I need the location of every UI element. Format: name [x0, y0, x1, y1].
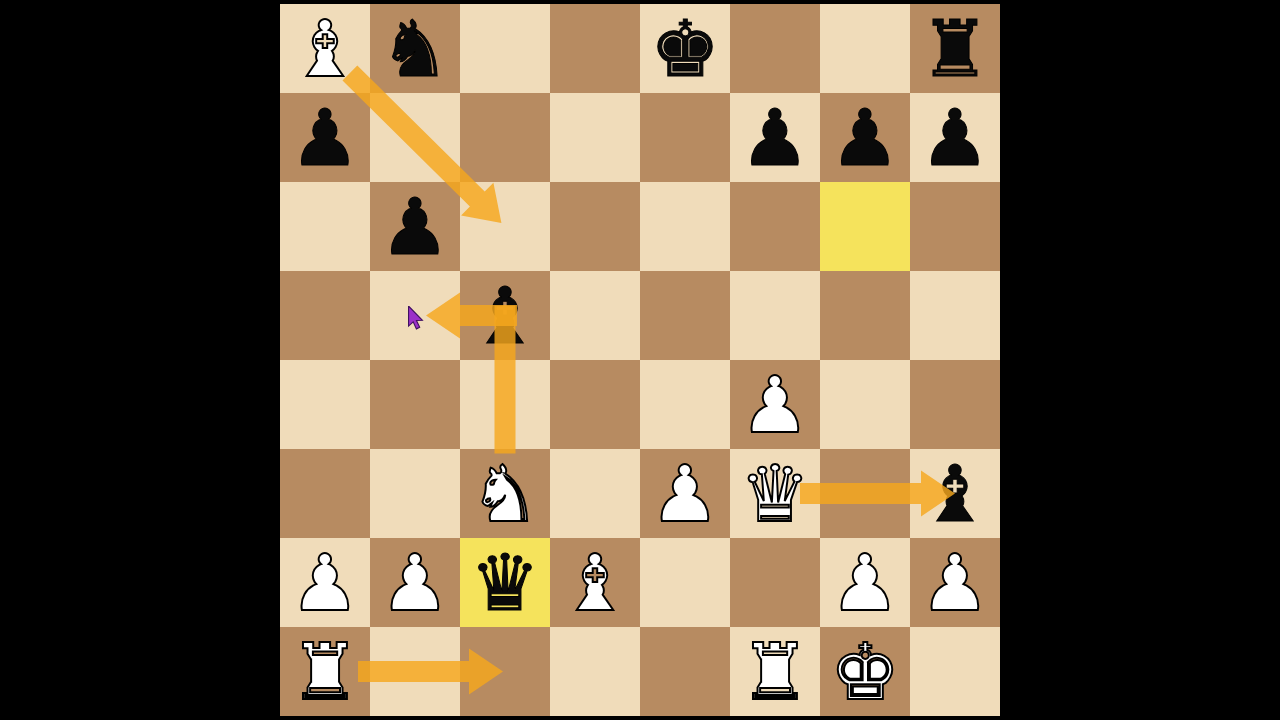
black-pawn[interactable]: ♟ [730, 93, 820, 182]
board-squares: ♝♞♚♜♟♟♟♟♟♝♟♞♟♛♝♟♟♛♝♟♟♜♜♚ [280, 4, 1000, 716]
square-b3[interactable] [370, 449, 460, 538]
letterbox-right [1000, 0, 1280, 720]
square-b7[interactable] [370, 93, 460, 182]
square-c2[interactable]: ♛ [460, 538, 550, 627]
square-b2[interactable]: ♟ [370, 538, 460, 627]
square-c7[interactable] [460, 93, 550, 182]
square-b5[interactable] [370, 271, 460, 360]
square-f7[interactable]: ♟ [730, 93, 820, 182]
white-bishop[interactable]: ♝ [550, 538, 640, 627]
square-b1[interactable] [370, 627, 460, 716]
square-h4[interactable] [910, 360, 1000, 449]
square-a3[interactable] [280, 449, 370, 538]
square-f5[interactable] [730, 271, 820, 360]
white-rook[interactable]: ♜ [280, 627, 370, 716]
black-bishop[interactable]: ♝ [460, 271, 550, 360]
square-d1[interactable] [550, 627, 640, 716]
chess-board[interactable]: ♝♞♚♜♟♟♟♟♟♝♟♞♟♛♝♟♟♛♝♟♟♜♜♚ [280, 4, 1000, 716]
black-pawn[interactable]: ♟ [370, 182, 460, 271]
square-b6[interactable]: ♟ [370, 182, 460, 271]
white-king[interactable]: ♚ [820, 627, 910, 716]
white-rook[interactable]: ♜ [730, 627, 820, 716]
square-f2[interactable] [730, 538, 820, 627]
square-d6[interactable] [550, 182, 640, 271]
square-b4[interactable] [370, 360, 460, 449]
square-g4[interactable] [820, 360, 910, 449]
square-f3[interactable]: ♛ [730, 449, 820, 538]
square-e2[interactable] [640, 538, 730, 627]
white-pawn[interactable]: ♟ [730, 360, 820, 449]
black-king[interactable]: ♚ [640, 4, 730, 93]
black-pawn[interactable]: ♟ [820, 93, 910, 182]
square-h2[interactable]: ♟ [910, 538, 1000, 627]
square-f4[interactable]: ♟ [730, 360, 820, 449]
white-pawn[interactable]: ♟ [640, 449, 730, 538]
white-pawn[interactable]: ♟ [820, 538, 910, 627]
black-pawn[interactable]: ♟ [910, 93, 1000, 182]
square-a8[interactable]: ♝ [280, 4, 370, 93]
white-queen[interactable]: ♛ [730, 449, 820, 538]
square-a4[interactable] [280, 360, 370, 449]
square-c8[interactable] [460, 4, 550, 93]
square-d8[interactable] [550, 4, 640, 93]
square-f1[interactable]: ♜ [730, 627, 820, 716]
square-d2[interactable]: ♝ [550, 538, 640, 627]
square-e5[interactable] [640, 271, 730, 360]
square-a1[interactable]: ♜ [280, 627, 370, 716]
square-h8[interactable]: ♜ [910, 4, 1000, 93]
square-h3[interactable]: ♝ [910, 449, 1000, 538]
square-d7[interactable] [550, 93, 640, 182]
square-d3[interactable] [550, 449, 640, 538]
square-f6[interactable] [730, 182, 820, 271]
square-h7[interactable]: ♟ [910, 93, 1000, 182]
square-e8[interactable]: ♚ [640, 4, 730, 93]
video-frame: ♝♞♚♜♟♟♟♟♟♝♟♞♟♛♝♟♟♛♝♟♟♜♜♚ [0, 0, 1280, 720]
black-queen[interactable]: ♛ [460, 538, 550, 627]
square-h5[interactable] [910, 271, 1000, 360]
square-d5[interactable] [550, 271, 640, 360]
white-knight[interactable]: ♞ [460, 449, 550, 538]
square-b8[interactable]: ♞ [370, 4, 460, 93]
square-g1[interactable]: ♚ [820, 627, 910, 716]
square-g8[interactable] [820, 4, 910, 93]
square-g2[interactable]: ♟ [820, 538, 910, 627]
black-knight[interactable]: ♞ [370, 4, 460, 93]
square-g3[interactable] [820, 449, 910, 538]
square-c1[interactable] [460, 627, 550, 716]
square-g6[interactable] [820, 182, 910, 271]
square-a2[interactable]: ♟ [280, 538, 370, 627]
square-f8[interactable] [730, 4, 820, 93]
square-e6[interactable] [640, 182, 730, 271]
square-g5[interactable] [820, 271, 910, 360]
square-a6[interactable] [280, 182, 370, 271]
white-pawn[interactable]: ♟ [280, 538, 370, 627]
square-e1[interactable] [640, 627, 730, 716]
square-h1[interactable] [910, 627, 1000, 716]
letterbox-left [0, 0, 280, 720]
square-e3[interactable]: ♟ [640, 449, 730, 538]
white-pawn[interactable]: ♟ [910, 538, 1000, 627]
square-a7[interactable]: ♟ [280, 93, 370, 182]
black-pawn[interactable]: ♟ [280, 93, 370, 182]
square-d4[interactable] [550, 360, 640, 449]
square-h6[interactable] [910, 182, 1000, 271]
black-bishop[interactable]: ♝ [910, 449, 1000, 538]
square-c3[interactable]: ♞ [460, 449, 550, 538]
square-c6[interactable] [460, 182, 550, 271]
white-bishop[interactable]: ♝ [280, 4, 370, 93]
square-g7[interactable]: ♟ [820, 93, 910, 182]
square-c4[interactable] [460, 360, 550, 449]
square-c5[interactable]: ♝ [460, 271, 550, 360]
square-e4[interactable] [640, 360, 730, 449]
white-pawn[interactable]: ♟ [370, 538, 460, 627]
square-e7[interactable] [640, 93, 730, 182]
black-rook[interactable]: ♜ [910, 4, 1000, 93]
square-a5[interactable] [280, 271, 370, 360]
